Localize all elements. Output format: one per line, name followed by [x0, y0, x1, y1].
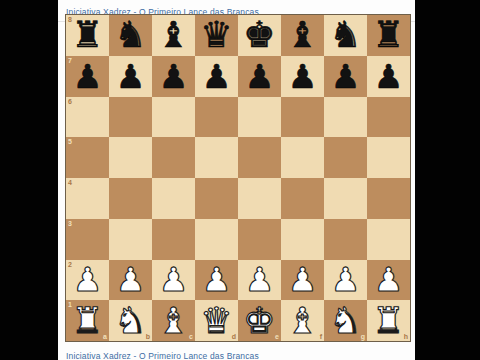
- file-label-h: h: [404, 333, 408, 340]
- square-h3[interactable]: [367, 219, 410, 260]
- black-pawn-g7: ♟: [324, 56, 367, 97]
- square-d8[interactable]: ♛: [195, 15, 238, 56]
- square-g4[interactable]: [324, 178, 367, 219]
- square-b3[interactable]: [109, 219, 152, 260]
- letterbox-left: [0, 0, 58, 360]
- square-h2[interactable]: ♟: [367, 260, 410, 301]
- square-e8[interactable]: ♚: [238, 15, 281, 56]
- square-d3[interactable]: [195, 219, 238, 260]
- square-h6[interactable]: [367, 97, 410, 138]
- square-d5[interactable]: [195, 137, 238, 178]
- square-a6[interactable]: 6: [66, 97, 109, 138]
- square-f4[interactable]: [281, 178, 324, 219]
- square-g5[interactable]: [324, 137, 367, 178]
- square-c4[interactable]: [152, 178, 195, 219]
- chess-board: 8♜♞♝♛♚♝♞♜7♟♟♟♟♟♟♟♟65432♟♟♟♟♟♟♟♟1a♜b♞c♝d♛…: [65, 14, 411, 342]
- rank-label-2: 2: [68, 261, 72, 268]
- white-king-e1: ♚: [238, 300, 281, 341]
- white-knight-g1: ♞: [324, 300, 367, 341]
- square-a4[interactable]: 4: [66, 178, 109, 219]
- square-b6[interactable]: [109, 97, 152, 138]
- black-pawn-b7: ♟: [109, 56, 152, 97]
- square-a8[interactable]: 8♜: [66, 15, 109, 56]
- rank-label-4: 4: [68, 179, 72, 186]
- black-bishop-c8: ♝: [152, 15, 195, 56]
- square-f2[interactable]: ♟: [281, 260, 324, 301]
- square-h8[interactable]: ♜: [367, 15, 410, 56]
- square-b7[interactable]: ♟: [109, 56, 152, 97]
- square-b1[interactable]: b♞: [109, 300, 152, 341]
- square-c1[interactable]: c♝: [152, 300, 195, 341]
- rank-label-1: 1: [68, 301, 72, 308]
- square-b2[interactable]: ♟: [109, 260, 152, 301]
- square-a3[interactable]: 3: [66, 219, 109, 260]
- square-f6[interactable]: [281, 97, 324, 138]
- square-e3[interactable]: [238, 219, 281, 260]
- black-pawn-c7: ♟: [152, 56, 195, 97]
- square-e7[interactable]: ♟: [238, 56, 281, 97]
- black-rook-a8: ♜: [66, 15, 109, 56]
- square-g7[interactable]: ♟: [324, 56, 367, 97]
- square-a1[interactable]: 1a♜: [66, 300, 109, 341]
- square-c3[interactable]: [152, 219, 195, 260]
- square-b4[interactable]: [109, 178, 152, 219]
- content-panel: Iniciativa Xadrez - O Primeiro Lance das…: [58, 0, 415, 360]
- square-a5[interactable]: 5: [66, 137, 109, 178]
- rank-label-7: 7: [68, 57, 72, 64]
- rank-label-6: 6: [68, 98, 72, 105]
- square-g2[interactable]: ♟: [324, 260, 367, 301]
- square-g6[interactable]: [324, 97, 367, 138]
- square-f5[interactable]: [281, 137, 324, 178]
- file-label-g: g: [361, 333, 365, 340]
- square-e2[interactable]: ♟: [238, 260, 281, 301]
- black-rook-h8: ♜: [367, 15, 410, 56]
- square-b8[interactable]: ♞: [109, 15, 152, 56]
- black-queen-d8: ♛: [195, 15, 238, 56]
- square-e4[interactable]: [238, 178, 281, 219]
- square-h7[interactable]: ♟: [367, 56, 410, 97]
- file-label-b: b: [146, 333, 150, 340]
- black-knight-g8: ♞: [324, 15, 367, 56]
- white-pawn-d2: ♟: [195, 260, 238, 301]
- white-pawn-b2: ♟: [109, 260, 152, 301]
- square-b5[interactable]: [109, 137, 152, 178]
- square-h5[interactable]: [367, 137, 410, 178]
- square-d4[interactable]: [195, 178, 238, 219]
- white-bishop-c1: ♝: [152, 300, 195, 341]
- square-a2[interactable]: 2♟: [66, 260, 109, 301]
- white-pawn-a2: ♟: [66, 260, 109, 301]
- square-d6[interactable]: [195, 97, 238, 138]
- square-f3[interactable]: [281, 219, 324, 260]
- black-king-e8: ♚: [238, 15, 281, 56]
- square-a7[interactable]: 7♟: [66, 56, 109, 97]
- rank-label-5: 5: [68, 138, 72, 145]
- file-label-d: d: [232, 333, 236, 340]
- square-f7[interactable]: ♟: [281, 56, 324, 97]
- square-c7[interactable]: ♟: [152, 56, 195, 97]
- square-c5[interactable]: [152, 137, 195, 178]
- square-c2[interactable]: ♟: [152, 260, 195, 301]
- square-c8[interactable]: ♝: [152, 15, 195, 56]
- black-pawn-e7: ♟: [238, 56, 281, 97]
- footer-bar: Iniciativa Xadrez - O Primeiro Lance das…: [58, 345, 415, 360]
- rank-label-3: 3: [68, 220, 72, 227]
- square-f8[interactable]: ♝: [281, 15, 324, 56]
- square-d1[interactable]: d♛: [195, 300, 238, 341]
- white-pawn-c2: ♟: [152, 260, 195, 301]
- white-knight-b1: ♞: [109, 300, 152, 341]
- video-title-bottom-link[interactable]: Iniciativa Xadrez - O Primeiro Lance das…: [66, 351, 259, 360]
- file-label-f: f: [320, 333, 322, 340]
- white-rook-a1: ♜: [66, 300, 109, 341]
- square-g8[interactable]: ♞: [324, 15, 367, 56]
- square-d7[interactable]: ♟: [195, 56, 238, 97]
- white-queen-d1: ♛: [195, 300, 238, 341]
- white-pawn-h2: ♟: [367, 260, 410, 301]
- black-bishop-f8: ♝: [281, 15, 324, 56]
- file-label-c: c: [189, 333, 193, 340]
- white-pawn-e2: ♟: [238, 260, 281, 301]
- white-rook-h1: ♜: [367, 300, 410, 341]
- square-g3[interactable]: [324, 219, 367, 260]
- square-h4[interactable]: [367, 178, 410, 219]
- square-e1[interactable]: e♚: [238, 300, 281, 341]
- rank-label-8: 8: [68, 16, 72, 23]
- white-pawn-g2: ♟: [324, 260, 367, 301]
- white-bishop-f1: ♝: [281, 300, 324, 341]
- square-f1[interactable]: f♝: [281, 300, 324, 341]
- file-label-a: a: [103, 333, 107, 340]
- file-label-e: e: [275, 333, 279, 340]
- square-e5[interactable]: [238, 137, 281, 178]
- black-pawn-h7: ♟: [367, 56, 410, 97]
- letterbox-right: [415, 0, 480, 360]
- black-knight-b8: ♞: [109, 15, 152, 56]
- black-pawn-a7: ♟: [66, 56, 109, 97]
- black-pawn-f7: ♟: [281, 56, 324, 97]
- black-pawn-d7: ♟: [195, 56, 238, 97]
- square-d2[interactable]: ♟: [195, 260, 238, 301]
- square-c6[interactable]: [152, 97, 195, 138]
- square-h1[interactable]: h♜: [367, 300, 410, 341]
- square-e6[interactable]: [238, 97, 281, 138]
- video-frame: Iniciativa Xadrez - O Primeiro Lance das…: [0, 0, 480, 360]
- square-g1[interactable]: g♞: [324, 300, 367, 341]
- white-pawn-f2: ♟: [281, 260, 324, 301]
